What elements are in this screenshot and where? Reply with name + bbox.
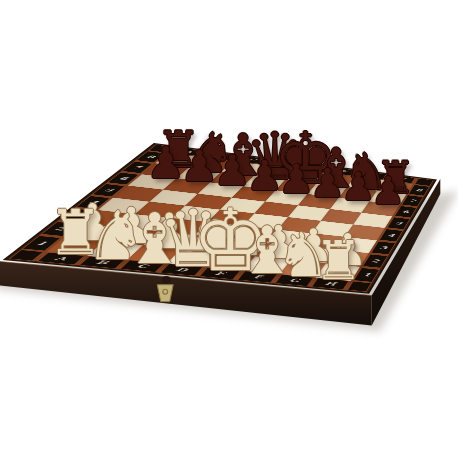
coordinate-label: 5 xyxy=(394,221,403,225)
coordinate-label: 2 xyxy=(371,259,380,264)
coordinate-label: 5 xyxy=(103,188,115,192)
coordinate-label: D xyxy=(174,267,188,272)
coordinate-label: 4 xyxy=(387,233,396,237)
coordinate-label: F xyxy=(252,274,264,279)
coordinate-label: F xyxy=(338,170,347,174)
coordinate-label: D xyxy=(277,162,288,166)
coordinate-label: G xyxy=(288,278,301,283)
coordinate-label: 3 xyxy=(70,213,83,218)
coordinate-label: 7 xyxy=(132,165,143,169)
coordinate-label: 1 xyxy=(35,241,49,246)
coordinate-label: 8 xyxy=(145,155,156,159)
chess-set-photo: AA88BB77CC66DD55EE44FF33GG22HH11 ♜♞♝♟♛♟♚… xyxy=(0,0,458,458)
coordinate-label: 1 xyxy=(362,272,372,277)
coordinate-label: 2 xyxy=(53,226,67,231)
coordinate-label: B xyxy=(215,154,226,158)
coordinate-label: 4 xyxy=(87,200,100,205)
coordinate-label: H xyxy=(396,177,406,181)
clasp-knob xyxy=(162,276,171,283)
coordinate-label: C xyxy=(135,263,149,268)
coordinate-label: E xyxy=(214,271,227,276)
coordinate-label: 6 xyxy=(118,176,130,180)
coordinate-label: 3 xyxy=(379,246,388,251)
coordinate-label: G xyxy=(367,173,377,177)
coordinate-label: B xyxy=(95,260,110,266)
coordinate-label: C xyxy=(246,158,257,162)
coordinate-label: E xyxy=(308,166,318,170)
coordinate-label: 6 xyxy=(402,210,410,214)
coordinate-label: A xyxy=(54,256,69,262)
coordinate-label: 7 xyxy=(408,199,416,203)
coordinate-label: H xyxy=(324,281,337,286)
coordinate-label: 8 xyxy=(415,188,423,192)
coordinate-label: A xyxy=(183,150,194,154)
